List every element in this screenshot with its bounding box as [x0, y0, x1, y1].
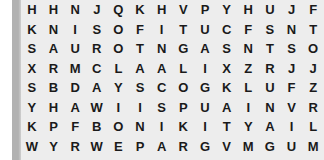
grid-cell[interactable]: S	[281, 39, 303, 59]
grid-cell[interactable]: N	[43, 20, 65, 40]
grid-cell[interactable]: L	[302, 117, 324, 137]
grid-cell[interactable]: A	[129, 59, 151, 79]
grid-cell[interactable]: I	[129, 98, 151, 118]
grid-cell[interactable]: O	[108, 39, 130, 59]
grid-cell[interactable]: S	[86, 20, 108, 40]
grid-cell[interactable]: T	[129, 39, 151, 59]
grid-cell[interactable]: S	[259, 20, 281, 40]
grid-cell[interactable]: Y	[43, 137, 65, 157]
grid-cell[interactable]: O	[302, 39, 324, 59]
grid-cell[interactable]: Y	[237, 117, 259, 137]
grid-cell[interactable]: L	[237, 78, 259, 98]
grid-cell[interactable]: S	[151, 98, 173, 118]
grid-cell[interactable]: P	[194, 0, 216, 20]
grid-cell[interactable]: S	[21, 78, 43, 98]
grid-cell[interactable]: H	[21, 0, 43, 20]
grid-cell[interactable]: U	[281, 137, 303, 157]
grid-cell[interactable]: C	[151, 78, 173, 98]
grid-cell[interactable]: A	[151, 137, 173, 157]
grid-cell[interactable]: U	[194, 20, 216, 40]
grid-cell[interactable]: R	[86, 39, 108, 59]
grid-cell[interactable]: J	[86, 0, 108, 20]
grid-cell[interactable]: S	[21, 39, 43, 59]
grid-cell[interactable]: L	[172, 59, 194, 79]
grid-cell[interactable]: A	[216, 98, 238, 118]
grid-cell[interactable]: A	[259, 117, 281, 137]
grid-cell[interactable]: I	[151, 117, 173, 137]
grid-cell[interactable]: I	[237, 98, 259, 118]
grid-cell[interactable]: Z	[302, 78, 324, 98]
grid-cell[interactable]: G	[194, 137, 216, 157]
grid-cell[interactable]: W	[86, 137, 108, 157]
grid-cell[interactable]: X	[21, 59, 43, 79]
grid-cell[interactable]: N	[259, 98, 281, 118]
grid-cell[interactable]: N	[151, 39, 173, 59]
grid-cell[interactable]: H	[237, 0, 259, 20]
grid-cell[interactable]: F	[281, 78, 303, 98]
grid-cell[interactable]: B	[43, 78, 65, 98]
grid-cell[interactable]: G	[259, 137, 281, 157]
grid-cell[interactable]: T	[302, 20, 324, 40]
grid-cell[interactable]: W	[86, 98, 108, 118]
grid-cell[interactable]: S	[129, 78, 151, 98]
grid-cell[interactable]: R	[302, 98, 324, 118]
grid-cell[interactable]: H	[151, 0, 173, 20]
grid-cell[interactable]: K	[129, 0, 151, 20]
grid-cell[interactable]: G	[194, 78, 216, 98]
grid-cell[interactable]: K	[172, 117, 194, 137]
grid-cell[interactable]: B	[86, 117, 108, 137]
grid-cell[interactable]: N	[64, 0, 86, 20]
grid-cell[interactable]: I	[64, 20, 86, 40]
grid-cell[interactable]: R	[43, 59, 65, 79]
grid-cell[interactable]: T	[259, 39, 281, 59]
grid-cell[interactable]: D	[64, 78, 86, 98]
grid-cell[interactable]: G	[172, 39, 194, 59]
word-search-page: HHNJQKHVPYHUJFKNISOFITUCFSNTSAUROTNGASNT…	[0, 0, 324, 160]
grid-cell[interactable]: T	[216, 117, 238, 137]
grid-cell[interactable]: N	[129, 117, 151, 137]
grid-cell[interactable]: M	[302, 137, 324, 157]
grid-cell[interactable]: R	[172, 137, 194, 157]
grid-cell[interactable]: I	[194, 117, 216, 137]
grid-cell[interactable]: P	[43, 117, 65, 137]
grid-cell[interactable]: H	[43, 0, 65, 20]
grid-cell[interactable]: I	[281, 117, 303, 137]
grid-cell[interactable]: R	[259, 59, 281, 79]
grid-cell[interactable]: K	[216, 78, 238, 98]
grid-cell[interactable]: S	[216, 39, 238, 59]
grid-cell[interactable]: V	[216, 137, 238, 157]
grid-cell[interactable]: Y	[108, 78, 130, 98]
grid-cell[interactable]: F	[237, 20, 259, 40]
grid-cell[interactable]: U	[194, 98, 216, 118]
grid-cell[interactable]: I	[108, 98, 130, 118]
grid-cell[interactable]: A	[43, 39, 65, 59]
grid-cell[interactable]: E	[108, 137, 130, 157]
grid-cell[interactable]: F	[64, 117, 86, 137]
grid-cell[interactable]: F	[302, 0, 324, 20]
grid-cell[interactable]: H	[43, 98, 65, 118]
grid-cell[interactable]: A	[64, 98, 86, 118]
grid-cell[interactable]: K	[21, 117, 43, 137]
grid-cell[interactable]: O	[108, 117, 130, 137]
grid-cell[interactable]: P	[129, 137, 151, 157]
grid-cell[interactable]: A	[194, 39, 216, 59]
grid-cell[interactable]: R	[64, 137, 86, 157]
grid-cell[interactable]: J	[302, 59, 324, 79]
grid-cell[interactable]: O	[108, 20, 130, 40]
grid-cell[interactable]: N	[281, 20, 303, 40]
grid-cell[interactable]: V	[172, 0, 194, 20]
grid-cell[interactable]: N	[237, 39, 259, 59]
grid-cell[interactable]: C	[86, 59, 108, 79]
page-left-margin	[0, 0, 12, 160]
grid-cell[interactable]: I	[194, 59, 216, 79]
grid-cell[interactable]: M	[237, 137, 259, 157]
grid-cell[interactable]: F	[129, 20, 151, 40]
left-border-strip	[12, 0, 21, 160]
grid-cell[interactable]: J	[281, 0, 303, 20]
grid-cell[interactable]: O	[172, 78, 194, 98]
grid-cell[interactable]: C	[216, 20, 238, 40]
grid-cell[interactable]: I	[151, 20, 173, 40]
grid-cell[interactable]: T	[172, 20, 194, 40]
grid-cell[interactable]: Y	[21, 98, 43, 118]
grid-cell[interactable]: V	[281, 98, 303, 118]
grid-cell[interactable]: U	[259, 78, 281, 98]
grid-cell[interactable]: Z	[237, 59, 259, 79]
word-search-grid: HHNJQKHVPYHUJFKNISOFITUCFSNTSAUROTNGASNT…	[21, 0, 324, 156]
grid-cell[interactable]: W	[21, 137, 43, 157]
grid-cell[interactable]: Y	[216, 0, 238, 20]
grid-cell[interactable]: P	[172, 98, 194, 118]
grid-cell[interactable]: U	[64, 39, 86, 59]
grid-cell[interactable]: K	[21, 20, 43, 40]
grid-cell[interactable]: X	[216, 59, 238, 79]
grid-cell[interactable]: M	[64, 59, 86, 79]
grid-cell[interactable]: U	[259, 0, 281, 20]
grid-cell[interactable]: Q	[108, 0, 130, 20]
grid-cell[interactable]: A	[86, 78, 108, 98]
grid-cell[interactable]: L	[108, 59, 130, 79]
grid-cell[interactable]: J	[281, 59, 303, 79]
grid-cell[interactable]: A	[151, 59, 173, 79]
